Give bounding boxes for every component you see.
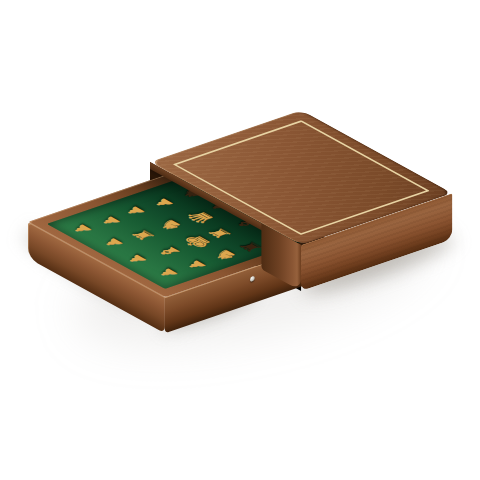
chess-set-photo: ♟♟♟♟♞♟♜♞♛♟♟♝♚♜♝♟♟♞♜	[0, 0, 480, 480]
stored-light-pawn: ♟	[149, 196, 178, 209]
stored-light-knight: ♞	[207, 247, 243, 263]
stored-light-pawn: ♟	[99, 236, 128, 249]
stored-light-pawn: ♟	[96, 214, 125, 227]
stored-light-pawn: ♟	[122, 253, 151, 266]
metal-pin	[250, 276, 255, 283]
stored-light-knight: ♞	[152, 217, 188, 233]
stored-light-pawn: ♟	[154, 266, 183, 279]
stored-light-rook: ♜	[127, 228, 159, 242]
stored-light-pawn: ♟	[182, 258, 211, 271]
stored-light-pawn: ♟	[121, 204, 150, 217]
stored-light-pawn: ♟	[68, 222, 97, 235]
stored-light-bishop: ♝	[151, 243, 187, 259]
